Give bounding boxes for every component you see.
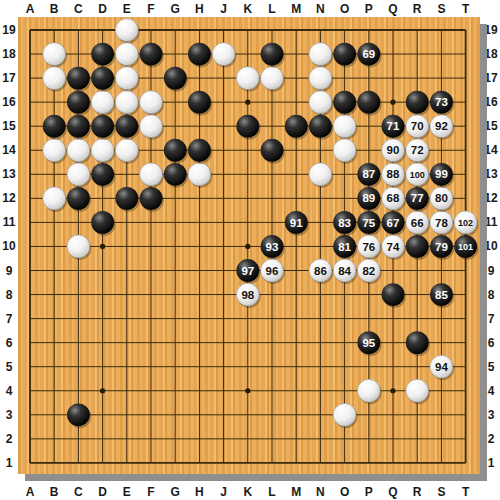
col-label-bottom: H — [190, 485, 208, 499]
col-label-bottom: G — [166, 485, 184, 499]
stone-white-K8: 98 — [236, 283, 260, 308]
row-label-left: 17 — [0, 71, 18, 85]
row-label-left: 14 — [0, 143, 18, 157]
stone-black-P13: 87 — [357, 163, 381, 188]
move-number-99: 99 — [435, 168, 448, 180]
stone-black-Q8 — [382, 283, 406, 308]
col-label-bottom: A — [21, 485, 39, 499]
stone-black-M11: 91 — [285, 211, 309, 236]
stone-white-C10 — [67, 235, 91, 260]
col-label-top: L — [263, 2, 281, 16]
stone-black-D13 — [91, 163, 115, 188]
stone-black-D18 — [91, 43, 115, 68]
move-number-68: 68 — [387, 192, 400, 204]
move-number-76: 76 — [362, 241, 375, 253]
stone-white-R14: 72 — [406, 139, 430, 164]
stone-white-Q12: 68 — [382, 187, 406, 212]
stone-white-B14 — [43, 139, 67, 164]
stone-white-N13 — [309, 163, 333, 188]
stone-black-S16: 73 — [430, 91, 454, 116]
col-label-top: T — [457, 2, 475, 16]
stone-black-O10: 81 — [333, 235, 357, 260]
stone-white-F15 — [140, 115, 164, 140]
row-label-left: 16 — [0, 95, 18, 109]
col-label-top: S — [432, 2, 450, 16]
move-number-102: 102 — [458, 218, 473, 228]
stone-black-T10: 101 — [454, 235, 478, 260]
stone-white-F16 — [140, 91, 164, 116]
col-label-top: P — [360, 2, 378, 16]
stone-white-S5: 94 — [430, 355, 454, 380]
stone-white-P10: 76 — [357, 235, 381, 260]
move-number-72: 72 — [411, 144, 424, 156]
move-number-81: 81 — [338, 241, 351, 253]
move-number-91: 91 — [290, 217, 303, 229]
stone-black-O11: 83 — [333, 211, 357, 236]
stone-white-B17 — [43, 67, 67, 92]
col-label-top: G — [166, 2, 184, 16]
stone-white-H13 — [188, 163, 212, 188]
stone-black-M15 — [285, 115, 309, 140]
stone-white-C13 — [67, 163, 91, 188]
move-number-80: 80 — [435, 192, 448, 204]
stone-black-R12: 77 — [406, 187, 430, 212]
col-label-top: E — [118, 2, 136, 16]
stone-white-E16 — [115, 91, 139, 116]
stone-black-D15 — [91, 115, 115, 140]
stone-black-O16 — [333, 91, 357, 116]
stone-black-P12: 89 — [357, 187, 381, 212]
col-label-top: A — [21, 2, 39, 16]
row-label-left: 15 — [0, 119, 18, 133]
move-number-83: 83 — [338, 217, 351, 229]
stone-white-S11: 78 — [430, 211, 454, 236]
board-grid: 6667686970717273747576777879808182838485… — [18, 17, 480, 474]
move-number-75: 75 — [362, 217, 375, 229]
star-point-D4 — [100, 388, 105, 393]
col-label-bottom: K — [239, 485, 257, 499]
col-label-top: F — [142, 2, 160, 16]
row-label-left: 1 — [0, 456, 18, 470]
stone-black-F18 — [140, 43, 164, 68]
stone-white-D14 — [91, 139, 115, 164]
stone-white-S12: 80 — [430, 187, 454, 212]
stone-white-R13: 100 — [406, 163, 430, 188]
row-label-left: 9 — [0, 264, 18, 278]
stone-black-Q11: 67 — [382, 211, 406, 236]
col-label-top: B — [45, 2, 63, 16]
row-label-left: 5 — [0, 360, 18, 374]
col-label-top: M — [287, 2, 305, 16]
move-number-66: 66 — [411, 217, 424, 229]
col-label-bottom: L — [263, 485, 281, 499]
star-point-Q16 — [390, 100, 395, 105]
stone-white-S15: 92 — [430, 115, 454, 140]
stone-white-N17 — [309, 67, 333, 92]
stone-black-Q15: 71 — [382, 115, 406, 140]
stone-white-C14 — [67, 139, 91, 164]
star-point-Q4 — [390, 388, 395, 393]
col-label-bottom: B — [45, 485, 63, 499]
stone-black-N15 — [309, 115, 333, 140]
stone-black-D17 — [91, 67, 115, 92]
col-label-top: H — [190, 2, 208, 16]
col-label-bottom: C — [69, 485, 87, 499]
stone-black-C16 — [67, 91, 91, 116]
move-number-77: 77 — [411, 192, 424, 204]
move-number-82: 82 — [362, 265, 375, 277]
stone-black-R6 — [406, 331, 430, 356]
stone-black-G17 — [164, 67, 188, 92]
row-label-left: 12 — [0, 191, 18, 205]
move-number-70: 70 — [411, 120, 424, 132]
stone-white-E19 — [115, 19, 139, 44]
move-number-95: 95 — [362, 337, 375, 349]
move-number-71: 71 — [387, 120, 400, 132]
stone-black-P11: 75 — [357, 211, 381, 236]
stone-black-E15 — [115, 115, 139, 140]
col-label-top: D — [94, 2, 112, 16]
stone-white-E18 — [115, 43, 139, 68]
board-shadow-bottom — [25, 474, 487, 481]
move-number-89: 89 — [362, 192, 375, 204]
stone-white-L17 — [261, 67, 285, 92]
stone-black-C15 — [67, 115, 91, 140]
stone-white-N16 — [309, 91, 333, 116]
stone-black-H18 — [188, 43, 212, 68]
stone-white-Q10: 74 — [382, 235, 406, 260]
stone-black-L14 — [261, 139, 285, 164]
row-label-left: 6 — [0, 336, 18, 350]
row-label-left: 7 — [0, 312, 18, 326]
stone-black-S13: 99 — [430, 163, 454, 188]
row-label-left: 8 — [0, 288, 18, 302]
star-point-K10 — [245, 244, 250, 249]
col-label-top: C — [69, 2, 87, 16]
stone-black-C17 — [67, 67, 91, 92]
goban[interactable]: 6667686970717273747576777879808182838485… — [18, 17, 480, 474]
stone-white-L9: 96 — [261, 259, 285, 284]
stone-black-G14 — [164, 139, 188, 164]
row-label-left: 13 — [0, 167, 18, 181]
row-label-left: 10 — [0, 239, 18, 253]
stone-white-O9: 84 — [333, 259, 357, 284]
stone-black-E12 — [115, 187, 139, 212]
move-number-96: 96 — [266, 265, 279, 277]
stone-black-L18 — [261, 43, 285, 68]
move-number-101: 101 — [458, 242, 473, 252]
stone-black-R16 — [406, 91, 430, 116]
move-number-78: 78 — [435, 217, 448, 229]
col-label-top: K — [239, 2, 257, 16]
move-number-94: 94 — [435, 361, 448, 373]
move-number-84: 84 — [338, 265, 351, 277]
stone-black-C3 — [67, 403, 91, 428]
col-label-bottom: J — [215, 485, 233, 499]
col-label-bottom: Q — [384, 485, 402, 499]
stone-black-O18 — [333, 43, 357, 68]
row-label-left: 11 — [0, 215, 18, 229]
move-number-73: 73 — [435, 96, 448, 108]
stone-white-B18 — [43, 43, 67, 68]
col-label-bottom: R — [408, 485, 426, 499]
stone-white-K17 — [236, 67, 260, 92]
stone-white-N9: 86 — [309, 259, 333, 284]
stone-white-P9: 82 — [357, 259, 381, 284]
stone-white-O15 — [333, 115, 357, 140]
col-label-bottom: N — [311, 485, 329, 499]
star-point-D10 — [100, 244, 105, 249]
stone-white-R11: 66 — [406, 211, 430, 236]
move-number-87: 87 — [362, 168, 375, 180]
col-label-bottom: E — [118, 485, 136, 499]
move-number-67: 67 — [387, 217, 400, 229]
col-label-bottom: M — [287, 485, 305, 499]
row-label-left: 4 — [0, 384, 18, 398]
row-label-left: 19 — [0, 23, 18, 37]
stone-white-T11: 102 — [454, 211, 478, 236]
col-label-top: R — [408, 2, 426, 16]
stone-white-F13 — [140, 163, 164, 188]
stone-black-H16 — [188, 91, 212, 116]
stone-white-P4 — [357, 379, 381, 404]
move-number-100: 100 — [410, 170, 425, 180]
board-shadow-right — [480, 24, 487, 481]
row-label-left: 3 — [0, 408, 18, 422]
stone-black-P18: 69 — [357, 43, 381, 68]
row-label-left: 18 — [0, 47, 18, 61]
move-number-92: 92 — [435, 120, 448, 132]
row-label-left: 2 — [0, 432, 18, 446]
col-label-top: O — [336, 2, 354, 16]
stone-white-D16 — [91, 91, 115, 116]
move-number-79: 79 — [435, 241, 448, 253]
stone-white-E14 — [115, 139, 139, 164]
stone-white-R4 — [406, 379, 430, 404]
stone-black-R10 — [406, 235, 430, 260]
move-number-74: 74 — [387, 241, 400, 253]
stone-white-N18 — [309, 43, 333, 68]
col-label-top: N — [311, 2, 329, 16]
col-label-bottom: F — [142, 485, 160, 499]
col-label-top: J — [215, 2, 233, 16]
stone-black-K15 — [236, 115, 260, 140]
move-number-88: 88 — [387, 168, 400, 180]
col-label-bottom: D — [94, 485, 112, 499]
stone-black-S10: 79 — [430, 235, 454, 260]
move-number-85: 85 — [435, 289, 448, 301]
stone-black-H14 — [188, 139, 212, 164]
star-point-K4 — [245, 388, 250, 393]
col-label-top: Q — [384, 2, 402, 16]
col-label-bottom: P — [360, 485, 378, 499]
move-number-69: 69 — [362, 48, 375, 60]
stone-black-B15 — [43, 115, 67, 140]
stone-black-G13 — [164, 163, 188, 188]
star-point-K16 — [245, 100, 250, 105]
stone-black-L10: 93 — [261, 235, 285, 260]
move-number-97: 97 — [241, 265, 254, 277]
stone-black-S8: 85 — [430, 283, 454, 308]
stone-black-K9: 97 — [236, 259, 260, 284]
move-number-98: 98 — [241, 289, 254, 301]
stone-white-B12 — [43, 187, 67, 212]
stone-black-F12 — [140, 187, 164, 212]
stone-black-P6: 95 — [357, 331, 381, 356]
stone-white-J18 — [212, 43, 236, 68]
move-number-90: 90 — [387, 144, 400, 156]
stone-black-D11 — [91, 211, 115, 236]
col-label-bottom: T — [457, 485, 475, 499]
go-diagram: ABCDEFGHJKLMNOPQRST ABCDEFGHJKLMNOPQRST … — [0, 0, 500, 500]
stone-white-O14 — [333, 139, 357, 164]
move-number-93: 93 — [266, 241, 279, 253]
stone-white-Q14: 90 — [382, 139, 406, 164]
stone-white-Q13: 88 — [382, 163, 406, 188]
stone-white-O3 — [333, 403, 357, 428]
stone-black-P16 — [357, 91, 381, 116]
col-label-bottom: O — [336, 485, 354, 499]
move-number-86: 86 — [314, 265, 327, 277]
col-label-bottom: S — [432, 485, 450, 499]
stone-white-E17 — [115, 67, 139, 92]
stone-black-C12 — [67, 187, 91, 212]
stone-white-R15: 70 — [406, 115, 430, 140]
